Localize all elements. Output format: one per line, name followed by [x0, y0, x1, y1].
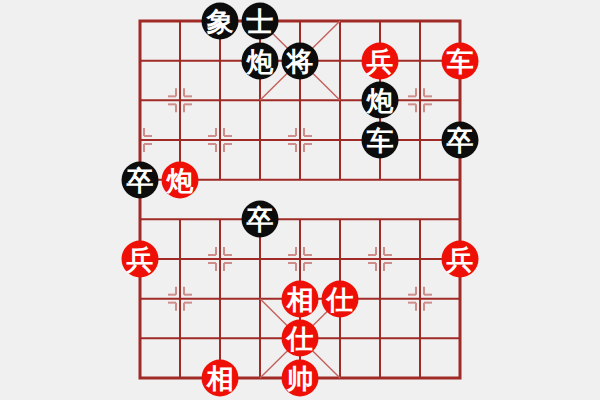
piece-black-soldier[interactable]: 卒: [442, 122, 479, 159]
piece-red-advisor[interactable]: 仕: [322, 280, 359, 317]
piece-black-chariot[interactable]: 车: [362, 122, 399, 159]
piece-black-elephant[interactable]: 象: [202, 3, 239, 40]
piece-red-soldier[interactable]: 兵: [362, 42, 399, 79]
piece-layer: 象士炮将兵车炮车卒卒炮卒兵兵相仕仕相帅: [120, 1, 480, 398]
piece-black-cannon[interactable]: 炮: [362, 82, 399, 119]
piece-red-soldier[interactable]: 兵: [442, 241, 479, 278]
piece-black-cannon[interactable]: 炮: [242, 42, 279, 79]
piece-red-advisor[interactable]: 仕: [282, 320, 319, 357]
piece-red-soldier[interactable]: 兵: [122, 241, 159, 278]
xiangqi-board[interactable]: 象士炮将兵车炮车卒卒炮卒兵兵相仕仕相帅: [120, 1, 480, 398]
piece-red-elephant[interactable]: 相: [202, 360, 239, 397]
piece-red-elephant[interactable]: 相: [282, 280, 319, 317]
piece-red-cannon[interactable]: 炮: [162, 161, 199, 198]
piece-black-advisor[interactable]: 士: [242, 3, 279, 40]
app-background: 象士炮将兵车炮车卒卒炮卒兵兵相仕仕相帅: [0, 0, 600, 400]
piece-black-general[interactable]: 将: [282, 42, 319, 79]
piece-red-chariot[interactable]: 车: [442, 42, 479, 79]
piece-red-general[interactable]: 帅: [282, 360, 319, 397]
piece-black-soldier[interactable]: 卒: [122, 161, 159, 198]
piece-black-soldier[interactable]: 卒: [242, 201, 279, 238]
